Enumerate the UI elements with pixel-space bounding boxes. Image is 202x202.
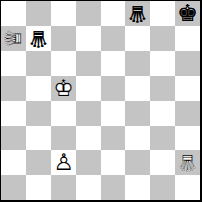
square-a2[interactable]: [1, 150, 26, 175]
square-e4[interactable]: [101, 101, 126, 126]
square-h4[interactable]: [175, 101, 200, 126]
square-h7[interactable]: [175, 26, 200, 51]
square-e1[interactable]: [101, 175, 126, 200]
square-d6[interactable]: [76, 51, 101, 76]
piece-white-queen-a7: ♛♕: [1, 26, 26, 51]
piece-black-queen-f8: ♛♕: [125, 1, 150, 26]
white-king-outline-icon: ♔: [53, 76, 74, 101]
square-h5[interactable]: [175, 76, 200, 101]
square-g6[interactable]: [150, 51, 175, 76]
square-d2[interactable]: [76, 150, 101, 175]
square-h3[interactable]: [175, 126, 200, 151]
square-c4[interactable]: [51, 101, 76, 126]
square-a6[interactable]: [1, 51, 26, 76]
square-f4[interactable]: [125, 101, 150, 126]
square-b5[interactable]: [26, 76, 51, 101]
square-g5[interactable]: [150, 76, 175, 101]
square-b2[interactable]: [26, 150, 51, 175]
square-c5[interactable]: ♚♔: [51, 76, 76, 101]
square-e2[interactable]: [101, 150, 126, 175]
black-king-outline-icon: ♔: [177, 1, 198, 26]
square-e3[interactable]: [101, 126, 126, 151]
square-b3[interactable]: [26, 126, 51, 151]
square-c8[interactable]: [51, 1, 76, 26]
white-pawn-outline-icon: ♙: [53, 150, 74, 175]
piece-white-pawn-c2: ♟♙: [51, 150, 76, 175]
square-a1[interactable]: [1, 175, 26, 200]
square-e5[interactable]: [101, 76, 126, 101]
square-f1[interactable]: [125, 175, 150, 200]
square-b8[interactable]: [26, 1, 51, 26]
square-h2[interactable]: ♛♕: [175, 150, 200, 175]
square-g3[interactable]: [150, 126, 175, 151]
square-f8[interactable]: ♛♕: [125, 1, 150, 26]
square-f6[interactable]: [125, 51, 150, 76]
black-queen-outline-icon: ♕: [28, 26, 49, 51]
square-b7[interactable]: ♛♕: [26, 26, 51, 51]
square-h1[interactable]: [175, 175, 200, 200]
square-f7[interactable]: [125, 26, 150, 51]
square-c1[interactable]: [51, 175, 76, 200]
square-c3[interactable]: [51, 126, 76, 151]
square-c7[interactable]: [51, 26, 76, 51]
square-e7[interactable]: [101, 26, 126, 51]
square-e8[interactable]: [101, 1, 126, 26]
piece-white-king-c5: ♚♔: [51, 76, 76, 101]
piece-black-queen-b7: ♛♕: [26, 26, 51, 51]
square-g4[interactable]: [150, 101, 175, 126]
square-d8[interactable]: [76, 1, 101, 26]
square-h8[interactable]: ♚♔: [175, 1, 200, 26]
square-g7[interactable]: [150, 26, 175, 51]
square-g8[interactable]: [150, 1, 175, 26]
square-a5[interactable]: [1, 76, 26, 101]
square-f2[interactable]: [125, 150, 150, 175]
square-d4[interactable]: [76, 101, 101, 126]
square-b1[interactable]: [26, 175, 51, 200]
square-b4[interactable]: [26, 101, 51, 126]
piece-black-king-h8: ♚♔: [175, 1, 200, 26]
square-a3[interactable]: [1, 126, 26, 151]
square-d3[interactable]: [76, 126, 101, 151]
piece-white-queen-h2: ♛♕: [175, 150, 200, 175]
square-d1[interactable]: [76, 175, 101, 200]
square-h6[interactable]: [175, 51, 200, 76]
square-g1[interactable]: [150, 175, 175, 200]
square-a4[interactable]: [1, 101, 26, 126]
square-c6[interactable]: [51, 51, 76, 76]
square-f5[interactable]: [125, 76, 150, 101]
white-queen-outline-icon: ♕: [1, 28, 26, 49]
square-e6[interactable]: [101, 51, 126, 76]
square-d5[interactable]: [76, 76, 101, 101]
square-b6[interactable]: [26, 51, 51, 76]
square-c2[interactable]: ♟♙: [51, 150, 76, 175]
square-g2[interactable]: [150, 150, 175, 175]
square-a8[interactable]: [1, 1, 26, 26]
black-queen-outline-icon: ♕: [128, 1, 149, 26]
square-a7[interactable]: ♛♕: [1, 26, 26, 51]
square-d7[interactable]: [76, 26, 101, 51]
chess-board: ♛♕♚♔♛♕♛♕♚♔♟♙♛♕: [0, 0, 202, 202]
white-queen-outline-icon: ♕: [177, 150, 198, 175]
square-f3[interactable]: [125, 126, 150, 151]
